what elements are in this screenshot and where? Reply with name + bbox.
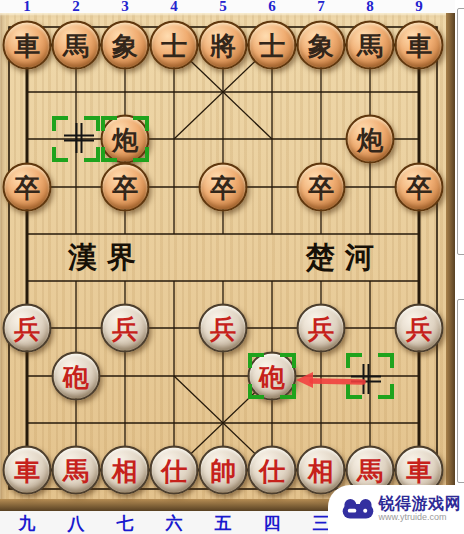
file-label-5: 5 <box>219 0 227 15</box>
piece-red-elephant[interactable]: 相 <box>101 446 150 495</box>
piece-black-general[interactable]: 將 <box>199 21 248 70</box>
piece-black-cannon[interactable]: 炮 <box>101 115 150 164</box>
river-label-hanjie: 漢界 <box>68 236 146 280</box>
piece-black-elephant[interactable]: 象 <box>297 21 346 70</box>
cropped-panel-box <box>457 8 464 255</box>
xiangqi-app: 123456789 漢界 楚河 車馬象士將士象馬車炮炮卒卒卒卒卒兵兵兵兵兵砲砲車… <box>0 0 464 534</box>
piece-red-chariot[interactable]: 車 <box>3 446 52 495</box>
file-label-8: 8 <box>366 0 374 15</box>
watermark-text: 锐得游戏网 www.ytruide.com <box>379 496 462 522</box>
piece-black-soldier[interactable]: 卒 <box>199 163 248 212</box>
piece-black-elephant[interactable]: 象 <box>101 21 150 70</box>
piece-black-soldier[interactable]: 卒 <box>101 163 150 212</box>
piece-red-soldier[interactable]: 兵 <box>395 304 444 353</box>
file-label-7: 7 <box>317 0 325 15</box>
file-labels-strip: 123456789 <box>0 0 464 13</box>
cropped-panel-box <box>457 299 464 483</box>
piece-black-soldier[interactable]: 卒 <box>395 163 444 212</box>
piece-black-soldier[interactable]: 卒 <box>297 163 346 212</box>
piece-red-soldier[interactable]: 兵 <box>297 304 346 353</box>
piece-red-cannon[interactable]: 砲 <box>248 352 297 401</box>
rank-label-4: 六 <box>166 512 183 534</box>
piece-black-chariot[interactable]: 車 <box>3 21 52 70</box>
file-label-6: 6 <box>268 0 276 15</box>
piece-red-soldier[interactable]: 兵 <box>199 304 248 353</box>
piece-black-horse[interactable]: 馬 <box>346 21 395 70</box>
watermark-url: www.ytruide.com <box>379 513 462 522</box>
piece-black-cannon[interactable]: 炮 <box>346 115 395 164</box>
rank-label-1: 九 <box>19 512 36 534</box>
file-label-2: 2 <box>72 0 80 15</box>
piece-black-advisor[interactable]: 士 <box>248 21 297 70</box>
piece-red-cannon[interactable]: 砲 <box>52 352 101 401</box>
rank-label-5: 五 <box>215 512 232 534</box>
board-edge-right <box>446 13 455 511</box>
piece-red-advisor[interactable]: 仕 <box>150 446 199 495</box>
file-label-4: 4 <box>170 0 178 15</box>
rank-label-2: 八 <box>68 512 85 534</box>
piece-black-soldier[interactable]: 卒 <box>3 163 52 212</box>
piece-red-advisor[interactable]: 仕 <box>248 446 297 495</box>
piece-black-horse[interactable]: 馬 <box>52 21 101 70</box>
gamepad-icon <box>341 497 375 523</box>
cropped-side-panel <box>455 0 464 534</box>
file-label-3: 3 <box>121 0 129 15</box>
piece-red-general[interactable]: 帥 <box>199 446 248 495</box>
piece-black-chariot[interactable]: 車 <box>395 21 444 70</box>
piece-red-soldier[interactable]: 兵 <box>3 304 52 353</box>
file-label-9: 9 <box>415 0 423 15</box>
rank-label-7: 三 <box>313 512 330 534</box>
piece-red-horse[interactable]: 馬 <box>52 446 101 495</box>
rank-label-6: 四 <box>264 512 281 534</box>
piece-red-soldier[interactable]: 兵 <box>101 304 150 353</box>
file-label-1: 1 <box>23 0 31 15</box>
river-label-chuhe: 楚河 <box>306 236 384 280</box>
watermark-site-name: 锐得游戏网 <box>379 496 462 513</box>
watermark: 锐得游戏网 www.ytruide.com <box>328 485 464 534</box>
piece-black-advisor[interactable]: 士 <box>150 21 199 70</box>
rank-label-3: 七 <box>117 512 134 534</box>
